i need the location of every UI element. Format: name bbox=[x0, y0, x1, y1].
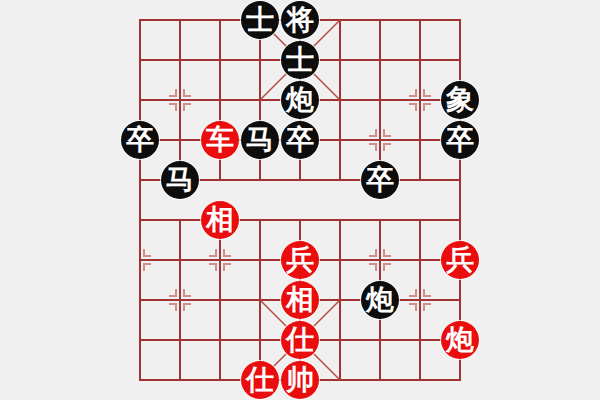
board-point: 兵 bbox=[440, 240, 480, 280]
piece-red-soldier[interactable]: 兵 bbox=[281, 241, 319, 279]
board-point: 卒 bbox=[440, 120, 480, 160]
piece-black-soldier[interactable]: 卒 bbox=[361, 161, 399, 199]
board-point: 兵 bbox=[280, 240, 320, 280]
board-point: 炮 bbox=[280, 80, 320, 120]
piece-red-elephant[interactable]: 相 bbox=[201, 201, 239, 239]
board-point: 马 bbox=[240, 120, 280, 160]
piece-black-elephant[interactable]: 象 bbox=[441, 81, 479, 119]
piece-black-soldier[interactable]: 卒 bbox=[281, 121, 319, 159]
board-point: 炮 bbox=[440, 320, 480, 360]
piece-black-soldier[interactable]: 卒 bbox=[121, 121, 159, 159]
piece-black-advisor[interactable]: 士 bbox=[281, 41, 319, 79]
board-point: 帅 bbox=[280, 360, 320, 400]
board-point: 相 bbox=[200, 200, 240, 240]
piece-red-chariot[interactable]: 车 bbox=[201, 121, 239, 159]
board-point: 车 bbox=[200, 120, 240, 160]
xiangqi-screen: 士将士炮象卒车马卒卒马卒相兵兵相炮仕炮仕帅 bbox=[0, 0, 600, 400]
piece-red-advisor[interactable]: 仕 bbox=[241, 361, 279, 399]
piece-black-cannon[interactable]: 炮 bbox=[361, 281, 399, 319]
board-point: 象 bbox=[440, 80, 480, 120]
piece-black-horse[interactable]: 马 bbox=[241, 121, 279, 159]
piece-red-cannon[interactable]: 炮 bbox=[441, 321, 479, 359]
piece-black-horse[interactable]: 马 bbox=[161, 161, 199, 199]
piece-red-elephant[interactable]: 相 bbox=[281, 281, 319, 319]
board-point: 士 bbox=[240, 0, 280, 40]
piece-black-cannon[interactable]: 炮 bbox=[281, 81, 319, 119]
piece-layer: 士将士炮象卒车马卒卒马卒相兵兵相炮仕炮仕帅 bbox=[120, 0, 480, 400]
board-point: 将 bbox=[280, 0, 320, 40]
board-point: 炮 bbox=[360, 280, 400, 320]
board-point: 士 bbox=[280, 40, 320, 80]
board-point: 仕 bbox=[240, 360, 280, 400]
piece-red-king[interactable]: 帅 bbox=[281, 361, 319, 399]
piece-black-advisor[interactable]: 士 bbox=[241, 1, 279, 39]
board-point: 卒 bbox=[280, 120, 320, 160]
piece-red-soldier[interactable]: 兵 bbox=[441, 241, 479, 279]
board-point: 卒 bbox=[120, 120, 160, 160]
piece-red-advisor[interactable]: 仕 bbox=[281, 321, 319, 359]
board-point: 马 bbox=[160, 160, 200, 200]
board-point: 相 bbox=[280, 280, 320, 320]
piece-black-soldier[interactable]: 卒 bbox=[441, 121, 479, 159]
board-point: 卒 bbox=[360, 160, 400, 200]
board-point: 仕 bbox=[280, 320, 320, 360]
piece-black-king[interactable]: 将 bbox=[281, 1, 319, 39]
